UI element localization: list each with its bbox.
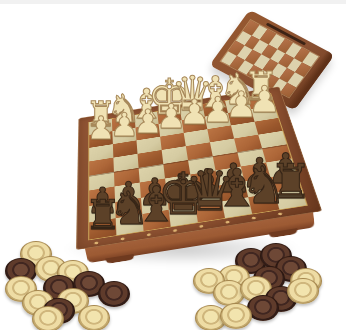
- checker-disc-cream: [78, 305, 110, 330]
- board-foot-right: [269, 228, 298, 238]
- board-squares: [88, 93, 308, 240]
- square-f7: [141, 194, 169, 214]
- checkers-pile-right: [195, 248, 343, 328]
- checker-disc-cream: [287, 278, 319, 304]
- checkers-pile-left: [8, 245, 134, 329]
- square-e8: [169, 206, 198, 227]
- square-d6: [190, 170, 218, 189]
- chess-board: [76, 87, 322, 251]
- square-b8: [248, 193, 279, 214]
- square-e7: [167, 190, 195, 210]
- square-d7: [193, 186, 222, 206]
- square-e6: [165, 174, 193, 193]
- square-a8: [275, 189, 307, 210]
- square-d8: [195, 201, 225, 222]
- square-c7: [219, 181, 249, 201]
- square-a6: [266, 158, 296, 177]
- square-h8: [89, 218, 116, 239]
- checker-disc-cream: [32, 306, 64, 330]
- square-c6: [216, 166, 245, 185]
- checker-disc-dark: [98, 281, 130, 307]
- square-g8: [116, 214, 144, 235]
- square-h7: [89, 202, 116, 222]
- square-b6: [241, 162, 270, 181]
- square-b7: [244, 177, 274, 197]
- square-g6: [114, 182, 140, 201]
- square-f8: [142, 210, 170, 231]
- square-h6: [89, 186, 115, 206]
- product-photo: ♜♞♝♚♛♝♞♜♟♟♟♟♟♟♟♟♟♟♟♟♟♟♟♟♜♞♝♚♛♝♞♜: [0, 0, 346, 330]
- square-g7: [115, 198, 142, 218]
- square-c8: [222, 197, 252, 218]
- square-f6: [140, 178, 167, 197]
- checker-disc-cream: [220, 303, 252, 329]
- image-top-border: [0, 0, 346, 4]
- square-a7: [270, 173, 301, 193]
